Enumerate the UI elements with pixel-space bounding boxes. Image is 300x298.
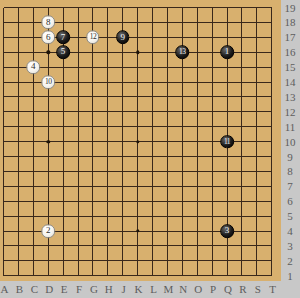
grid-line-horizontal bbox=[4, 186, 272, 187]
grid-line-horizontal bbox=[4, 201, 272, 202]
column-label-t: T bbox=[269, 282, 276, 297]
column-label-o: O bbox=[194, 282, 202, 297]
column-label-g: G bbox=[90, 282, 98, 297]
column-label-c: C bbox=[31, 282, 38, 297]
move-number: 7 bbox=[61, 33, 66, 42]
stone-white-d14[interactable]: 10 bbox=[41, 75, 55, 89]
move-number: 2 bbox=[46, 227, 51, 236]
row-label-4: 4 bbox=[287, 225, 293, 237]
row-label-3: 3 bbox=[287, 240, 293, 252]
grid-line-vertical bbox=[152, 8, 153, 276]
row-label-5: 5 bbox=[287, 210, 293, 222]
row-label-15: 15 bbox=[285, 61, 296, 73]
column-label-p: P bbox=[210, 282, 216, 297]
move-number: 13 bbox=[179, 48, 186, 56]
go-diagram: 12345678910111213 ABCDEFGHJKLMNOPQRST 19… bbox=[0, 0, 300, 298]
column-label-s: S bbox=[255, 282, 261, 297]
grid-line-vertical bbox=[212, 8, 213, 276]
column-label-m: M bbox=[164, 282, 174, 297]
star-point-d10 bbox=[46, 140, 49, 143]
move-number: 1 bbox=[225, 48, 230, 57]
row-label-11: 11 bbox=[285, 121, 296, 133]
star-point-k4 bbox=[136, 229, 139, 232]
row-label-9: 9 bbox=[287, 151, 293, 163]
stone-black-q4[interactable]: 3 bbox=[220, 224, 234, 238]
move-number: 5 bbox=[61, 48, 66, 57]
stone-white-d17[interactable]: 6 bbox=[41, 31, 55, 45]
row-label-14: 14 bbox=[285, 76, 296, 88]
column-label-r: R bbox=[239, 282, 246, 297]
move-number: 11 bbox=[224, 138, 230, 146]
stone-white-d4[interactable]: 2 bbox=[41, 224, 55, 238]
star-point-k16 bbox=[136, 50, 139, 53]
go-board[interactable]: 12345678910111213 bbox=[0, 0, 281, 281]
row-label-6: 6 bbox=[287, 195, 293, 207]
move-number: 12 bbox=[90, 34, 97, 42]
move-number: 10 bbox=[45, 78, 52, 86]
row-label-13: 13 bbox=[285, 91, 296, 103]
stone-black-e16[interactable]: 5 bbox=[56, 45, 70, 59]
stone-white-g17[interactable]: 12 bbox=[86, 31, 100, 45]
column-label-q: Q bbox=[224, 282, 232, 297]
stone-black-n16[interactable]: 13 bbox=[176, 45, 190, 59]
column-label-d: D bbox=[45, 282, 53, 297]
column-label-e: E bbox=[61, 282, 68, 297]
row-label-18: 18 bbox=[285, 16, 296, 28]
grid-line-vertical bbox=[256, 8, 257, 276]
row-label-19: 19 bbox=[285, 2, 296, 14]
row-label-12: 12 bbox=[285, 106, 296, 118]
row-label-7: 7 bbox=[287, 180, 293, 192]
grid-line-horizontal bbox=[4, 275, 272, 276]
grid-line-vertical bbox=[197, 8, 198, 276]
stone-black-j17[interactable]: 9 bbox=[116, 31, 130, 45]
grid-line-vertical bbox=[271, 8, 272, 276]
column-label-b: B bbox=[16, 282, 23, 297]
row-label-16: 16 bbox=[285, 46, 296, 58]
grid-line-vertical bbox=[241, 8, 242, 276]
row-label-17: 17 bbox=[285, 31, 296, 43]
star-point-d16 bbox=[46, 50, 49, 53]
column-label-a: A bbox=[1, 282, 9, 297]
row-label-8: 8 bbox=[287, 165, 293, 177]
column-label-j: J bbox=[122, 282, 126, 297]
move-number: 4 bbox=[31, 63, 36, 72]
grid-line-horizontal bbox=[4, 171, 272, 172]
move-number: 8 bbox=[46, 18, 51, 27]
column-label-n: N bbox=[179, 282, 187, 297]
move-number: 9 bbox=[120, 33, 125, 42]
column-label-k: K bbox=[135, 282, 143, 297]
stone-white-c15[interactable]: 4 bbox=[27, 60, 41, 74]
grid-line-vertical bbox=[167, 8, 168, 276]
grid-line-horizontal bbox=[4, 216, 272, 217]
move-number: 6 bbox=[46, 33, 51, 42]
grid-line-horizontal bbox=[4, 260, 272, 261]
row-label-2: 2 bbox=[287, 255, 293, 267]
stone-white-d18[interactable]: 8 bbox=[41, 16, 55, 30]
grid-line-horizontal bbox=[4, 156, 272, 157]
stone-black-q10[interactable]: 11 bbox=[220, 135, 234, 149]
stone-black-e17[interactable]: 7 bbox=[56, 31, 70, 45]
star-point-k10 bbox=[136, 140, 139, 143]
row-label-10: 10 bbox=[285, 136, 296, 148]
grid-line-horizontal bbox=[4, 245, 272, 246]
column-label-h: H bbox=[105, 282, 113, 297]
move-number: 3 bbox=[225, 227, 230, 236]
row-label-1: 1 bbox=[287, 270, 293, 282]
column-label-l: L bbox=[150, 282, 157, 297]
stone-black-q16[interactable]: 1 bbox=[220, 45, 234, 59]
column-label-f: F bbox=[76, 282, 82, 297]
